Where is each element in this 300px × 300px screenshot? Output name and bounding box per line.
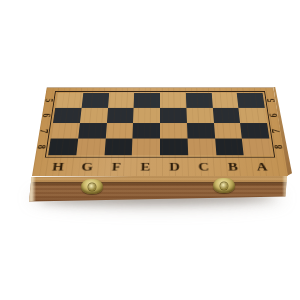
- rank-label-left-7: 7: [33, 127, 56, 134]
- square-f6: [106, 108, 133, 123]
- rank-label-left-6: 6: [36, 112, 58, 119]
- rank-label-left-5: 5: [38, 97, 60, 103]
- square-e7: [133, 123, 160, 139]
- chess-box-photo: 5678 5678 HGFEDCBA: [0, 0, 300, 300]
- square-h7: [51, 123, 80, 139]
- square-c7: [187, 123, 215, 139]
- rank-label-left-8: 8: [30, 143, 53, 150]
- square-b6: [212, 108, 240, 123]
- square-h5: [55, 93, 83, 108]
- square-g6: [80, 108, 108, 123]
- latch-left: [81, 179, 103, 194]
- rank-label-right-8: 8: [267, 143, 290, 150]
- file-label-e: E: [131, 161, 160, 174]
- file-label-f: F: [101, 161, 131, 174]
- pinstripe-frame: [45, 91, 275, 157]
- rank-label-right-7: 7: [265, 127, 288, 134]
- square-g8: [76, 139, 105, 156]
- square-c6: [186, 108, 213, 123]
- file-label-d: D: [160, 161, 189, 174]
- square-f7: [105, 123, 133, 139]
- square-d5: [160, 93, 186, 108]
- file-label-b: B: [218, 161, 248, 174]
- square-e5: [134, 93, 160, 108]
- file-label-c: C: [189, 161, 219, 174]
- square-b5: [211, 93, 238, 108]
- board-top-face: 5678 5678 HGFEDCBA: [32, 87, 288, 176]
- file-label-g: G: [72, 161, 102, 174]
- latch-right: [213, 178, 235, 193]
- file-label-h: H: [42, 161, 73, 174]
- square-h6: [53, 108, 81, 123]
- square-d6: [160, 108, 187, 123]
- square-g7: [78, 123, 107, 139]
- square-c5: [186, 93, 213, 108]
- square-f5: [108, 93, 135, 108]
- rank-label-right-6: 6: [262, 112, 284, 119]
- square-d8: [160, 139, 188, 156]
- square-f8: [104, 139, 133, 156]
- board-grid: [48, 93, 272, 155]
- file-labels: HGFEDCBA: [42, 159, 278, 175]
- square-e6: [133, 108, 160, 123]
- square-c8: [187, 139, 216, 156]
- square-e8: [132, 139, 160, 156]
- rank-label-right-5: 5: [260, 97, 282, 103]
- square-d7: [160, 123, 187, 139]
- file-label-a: A: [247, 161, 278, 174]
- square-b8: [215, 139, 244, 156]
- square-b7: [214, 123, 243, 139]
- square-g5: [81, 93, 108, 108]
